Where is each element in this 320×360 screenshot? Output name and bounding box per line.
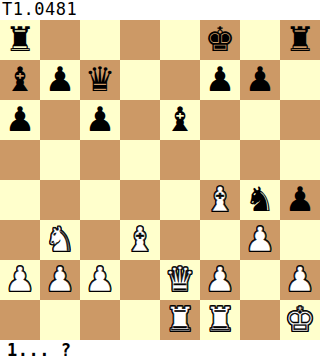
piece-black-king-f8: ♚ [205, 22, 235, 56]
square-a6[interactable]: ♟ [0, 100, 40, 140]
square-d2[interactable] [120, 260, 160, 300]
puzzle-title: T1.0481 [0, 0, 320, 20]
piece-black-pawn-b7: ♟ [45, 62, 75, 96]
square-h8[interactable]: ♜ [280, 20, 320, 60]
square-e8[interactable] [160, 20, 200, 60]
piece-white-pawn-a2: ♟ [5, 262, 35, 296]
square-e5[interactable] [160, 140, 200, 180]
square-b8[interactable] [40, 20, 80, 60]
square-b6[interactable] [40, 100, 80, 140]
square-c7[interactable]: ♛ [80, 60, 120, 100]
chess-board: ♜♚♜♝♟♛♟♟♟♟♝♝♞♟♞♝♟♟♟♟♛♟♟♜♜♚ [0, 20, 320, 340]
square-c1[interactable] [80, 300, 120, 340]
chess-puzzle-page: T1.0481 ♜♚♜♝♟♛♟♟♟♟♝♝♞♟♞♝♟♟♟♟♛♟♟♜♜♚ 1... … [0, 0, 320, 360]
square-g3[interactable]: ♟ [240, 220, 280, 260]
square-a4[interactable] [0, 180, 40, 220]
square-c6[interactable]: ♟ [80, 100, 120, 140]
piece-white-bishop-d3: ♝ [125, 222, 155, 256]
square-f3[interactable] [200, 220, 240, 260]
piece-white-rook-f1: ♜ [205, 302, 235, 336]
square-b4[interactable] [40, 180, 80, 220]
square-e3[interactable] [160, 220, 200, 260]
piece-black-pawn-f7: ♟ [205, 62, 235, 96]
piece-black-pawn-h4: ♟ [285, 182, 315, 216]
square-f4[interactable]: ♝ [200, 180, 240, 220]
square-e6[interactable]: ♝ [160, 100, 200, 140]
square-g5[interactable] [240, 140, 280, 180]
piece-black-pawn-g7: ♟ [245, 62, 275, 96]
square-d5[interactable] [120, 140, 160, 180]
piece-black-pawn-a6: ♟ [5, 102, 35, 136]
square-a1[interactable] [0, 300, 40, 340]
square-e1[interactable]: ♜ [160, 300, 200, 340]
square-f6[interactable] [200, 100, 240, 140]
square-h4[interactable]: ♟ [280, 180, 320, 220]
square-b1[interactable] [40, 300, 80, 340]
square-d3[interactable]: ♝ [120, 220, 160, 260]
square-f2[interactable]: ♟ [200, 260, 240, 300]
square-d6[interactable] [120, 100, 160, 140]
square-g4[interactable]: ♞ [240, 180, 280, 220]
square-g6[interactable] [240, 100, 280, 140]
square-a5[interactable] [0, 140, 40, 180]
piece-white-knight-b3: ♞ [45, 222, 75, 256]
square-a8[interactable]: ♜ [0, 20, 40, 60]
piece-black-rook-a8: ♜ [5, 22, 35, 56]
square-c8[interactable] [80, 20, 120, 60]
square-b2[interactable]: ♟ [40, 260, 80, 300]
square-d1[interactable] [120, 300, 160, 340]
move-prompt: 1... ? [0, 340, 320, 360]
square-f7[interactable]: ♟ [200, 60, 240, 100]
square-h2[interactable]: ♟ [280, 260, 320, 300]
piece-black-pawn-c6: ♟ [85, 102, 115, 136]
square-e4[interactable] [160, 180, 200, 220]
square-e2[interactable]: ♛ [160, 260, 200, 300]
piece-black-knight-g4: ♞ [245, 182, 275, 216]
square-d7[interactable] [120, 60, 160, 100]
piece-white-rook-e1: ♜ [165, 302, 195, 336]
square-h3[interactable] [280, 220, 320, 260]
square-g7[interactable]: ♟ [240, 60, 280, 100]
square-b5[interactable] [40, 140, 80, 180]
piece-white-pawn-g3: ♟ [245, 222, 275, 256]
square-e7[interactable] [160, 60, 200, 100]
square-f5[interactable] [200, 140, 240, 180]
piece-white-pawn-f2: ♟ [205, 262, 235, 296]
square-f8[interactable]: ♚ [200, 20, 240, 60]
square-d4[interactable] [120, 180, 160, 220]
piece-black-bishop-a7: ♝ [5, 62, 35, 96]
square-f1[interactable]: ♜ [200, 300, 240, 340]
piece-black-bishop-e6: ♝ [165, 102, 195, 136]
square-h5[interactable] [280, 140, 320, 180]
square-g8[interactable] [240, 20, 280, 60]
square-a2[interactable]: ♟ [0, 260, 40, 300]
square-b7[interactable]: ♟ [40, 60, 80, 100]
square-c3[interactable] [80, 220, 120, 260]
square-a7[interactable]: ♝ [0, 60, 40, 100]
square-a3[interactable] [0, 220, 40, 260]
square-c5[interactable] [80, 140, 120, 180]
square-c2[interactable]: ♟ [80, 260, 120, 300]
piece-white-bishop-f4: ♝ [205, 182, 235, 216]
square-g2[interactable] [240, 260, 280, 300]
piece-white-pawn-c2: ♟ [85, 262, 115, 296]
piece-black-queen-c7: ♛ [85, 62, 115, 96]
square-h7[interactable] [280, 60, 320, 100]
piece-white-pawn-b2: ♟ [45, 262, 75, 296]
piece-black-rook-h8: ♜ [285, 22, 315, 56]
square-d8[interactable] [120, 20, 160, 60]
piece-white-pawn-h2: ♟ [285, 262, 315, 296]
square-b3[interactable]: ♞ [40, 220, 80, 260]
square-h1[interactable]: ♚ [280, 300, 320, 340]
square-c4[interactable] [80, 180, 120, 220]
piece-white-queen-e2: ♛ [165, 262, 195, 296]
square-g1[interactable] [240, 300, 280, 340]
piece-white-king-h1: ♚ [285, 302, 315, 336]
square-h6[interactable] [280, 100, 320, 140]
